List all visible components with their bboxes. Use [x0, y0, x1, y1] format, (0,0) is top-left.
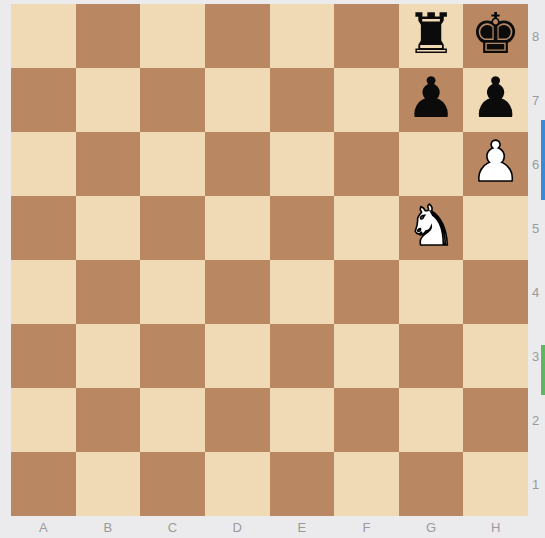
black-pawn[interactable]: ♟: [406, 70, 456, 126]
square-g1[interactable]: [399, 452, 464, 516]
square-f3[interactable]: [334, 324, 399, 388]
black-king[interactable]: ♚: [471, 6, 521, 62]
square-f1[interactable]: [334, 452, 399, 516]
square-h6[interactable]: ♟: [463, 132, 528, 196]
square-a8[interactable]: [11, 4, 76, 68]
square-a7[interactable]: [11, 68, 76, 132]
file-label-a: A: [11, 516, 76, 538]
square-a2[interactable]: [11, 388, 76, 452]
square-b8[interactable]: [76, 4, 141, 68]
square-a6[interactable]: [11, 132, 76, 196]
square-b3[interactable]: [76, 324, 141, 388]
square-a1[interactable]: [11, 452, 76, 516]
square-e7[interactable]: [270, 68, 335, 132]
square-e8[interactable]: [270, 4, 335, 68]
square-g2[interactable]: [399, 388, 464, 452]
square-a4[interactable]: [11, 260, 76, 324]
square-d7[interactable]: [205, 68, 270, 132]
square-h7[interactable]: ♟: [463, 68, 528, 132]
square-c5[interactable]: [140, 196, 205, 260]
square-g8[interactable]: ♜: [399, 4, 464, 68]
square-e5[interactable]: [270, 196, 335, 260]
black-rook[interactable]: ♜: [406, 6, 456, 62]
file-label-e: E: [270, 516, 335, 538]
square-d8[interactable]: [205, 4, 270, 68]
file-labels: ABCDEFGH: [11, 516, 528, 538]
rank-label-2: 2: [528, 388, 543, 452]
square-d3[interactable]: [205, 324, 270, 388]
file-label-d: D: [205, 516, 270, 538]
square-c3[interactable]: [140, 324, 205, 388]
square-e4[interactable]: [270, 260, 335, 324]
square-d5[interactable]: [205, 196, 270, 260]
square-b6[interactable]: [76, 132, 141, 196]
file-label-b: B: [76, 516, 141, 538]
square-d6[interactable]: [205, 132, 270, 196]
square-g7[interactable]: ♟: [399, 68, 464, 132]
rank-label-5: 5: [528, 196, 543, 260]
square-b1[interactable]: [76, 452, 141, 516]
rank-label-8: 8: [528, 4, 543, 68]
scrollbar-thumb-blue[interactable]: [541, 120, 545, 200]
square-a3[interactable]: [11, 324, 76, 388]
square-f7[interactable]: [334, 68, 399, 132]
square-e2[interactable]: [270, 388, 335, 452]
square-d4[interactable]: [205, 260, 270, 324]
square-e1[interactable]: [270, 452, 335, 516]
square-b4[interactable]: [76, 260, 141, 324]
file-label-c: C: [140, 516, 205, 538]
square-h8[interactable]: ♚: [463, 4, 528, 68]
file-label-g: G: [399, 516, 464, 538]
square-h2[interactable]: [463, 388, 528, 452]
black-pawn[interactable]: ♟: [471, 70, 521, 126]
chess-board: ♜♚♟♟♟♞: [11, 4, 528, 516]
square-c7[interactable]: [140, 68, 205, 132]
square-c2[interactable]: [140, 388, 205, 452]
square-c4[interactable]: [140, 260, 205, 324]
rank-label-1: 1: [528, 452, 543, 516]
square-c1[interactable]: [140, 452, 205, 516]
chess-app-screen: ♜♚♟♟♟♞ ABCDEFGH 87654321: [0, 0, 545, 538]
file-label-h: H: [463, 516, 528, 538]
white-pawn[interactable]: ♟: [471, 134, 521, 190]
rank-labels: 87654321: [528, 4, 543, 516]
square-h5[interactable]: [463, 196, 528, 260]
square-b7[interactable]: [76, 68, 141, 132]
square-b5[interactable]: [76, 196, 141, 260]
square-d1[interactable]: [205, 452, 270, 516]
square-g6[interactable]: [399, 132, 464, 196]
file-label-f: F: [334, 516, 399, 538]
square-a5[interactable]: [11, 196, 76, 260]
square-g5[interactable]: ♞: [399, 196, 464, 260]
square-f8[interactable]: [334, 4, 399, 68]
square-f4[interactable]: [334, 260, 399, 324]
square-h3[interactable]: [463, 324, 528, 388]
square-g3[interactable]: [399, 324, 464, 388]
square-f2[interactable]: [334, 388, 399, 452]
square-h1[interactable]: [463, 452, 528, 516]
rank-label-4: 4: [528, 260, 543, 324]
square-b2[interactable]: [76, 388, 141, 452]
white-knight[interactable]: ♞: [406, 198, 456, 254]
square-e6[interactable]: [270, 132, 335, 196]
square-d2[interactable]: [205, 388, 270, 452]
square-c8[interactable]: [140, 4, 205, 68]
square-g4[interactable]: [399, 260, 464, 324]
square-h4[interactable]: [463, 260, 528, 324]
square-c6[interactable]: [140, 132, 205, 196]
square-e3[interactable]: [270, 324, 335, 388]
square-f5[interactable]: [334, 196, 399, 260]
square-f6[interactable]: [334, 132, 399, 196]
scrollbar-marker-green[interactable]: [541, 345, 545, 395]
